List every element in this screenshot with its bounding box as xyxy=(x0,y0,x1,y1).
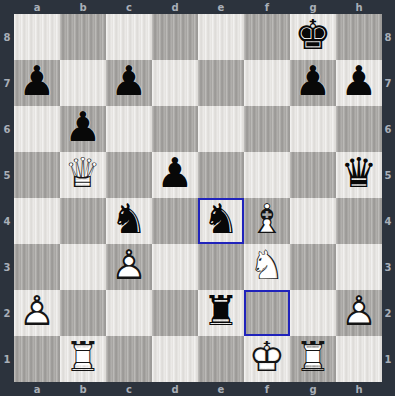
file-label-d: d xyxy=(152,0,198,14)
piece-glyph-outline: ♗ xyxy=(249,199,286,240)
square-b8[interactable] xyxy=(60,14,106,60)
piece-black-pawn-icon[interactable]: ♟ xyxy=(14,60,60,106)
chess-board: ♚♟♟♟♟♟♛♕♟♛♞♞♝♗♟♙♞♘♟♙♜♟♙♜♖♚♔♜♖ xyxy=(14,14,382,382)
rank-label-7: 7 xyxy=(381,60,395,106)
piece-black-pawn-icon[interactable]: ♟ xyxy=(152,152,198,198)
file-label-a: a xyxy=(14,0,60,14)
piece-glyph-fill: ♚ xyxy=(295,15,332,56)
square-d4[interactable] xyxy=(152,198,198,244)
piece-black-knight-icon[interactable]: ♞ xyxy=(106,198,152,244)
square-g4[interactable] xyxy=(290,198,336,244)
file-label-f: f xyxy=(244,382,290,396)
square-c3[interactable]: ♟♙ xyxy=(106,244,152,290)
square-h7[interactable]: ♟ xyxy=(336,60,382,106)
square-b3[interactable] xyxy=(60,244,106,290)
square-e1[interactable] xyxy=(198,336,244,382)
piece-glyph-outline: ♙ xyxy=(111,245,148,286)
square-g3[interactable] xyxy=(290,244,336,290)
square-g5[interactable] xyxy=(290,152,336,198)
square-c4[interactable]: ♞ xyxy=(106,198,152,244)
square-e7[interactable] xyxy=(198,60,244,106)
square-a5[interactable] xyxy=(14,152,60,198)
square-g1[interactable]: ♜♖ xyxy=(290,336,336,382)
square-b1[interactable]: ♜♖ xyxy=(60,336,106,382)
square-d1[interactable] xyxy=(152,336,198,382)
file-label-c: c xyxy=(106,382,152,396)
piece-black-queen-icon[interactable]: ♛ xyxy=(336,152,382,198)
square-d3[interactable] xyxy=(152,244,198,290)
rank-label-5: 5 xyxy=(381,152,395,198)
file-labels-bottom: abcdefgh xyxy=(14,382,382,396)
piece-glyph-outline: ♔ xyxy=(249,337,286,378)
rank-label-3: 3 xyxy=(0,244,14,290)
square-b4[interactable] xyxy=(60,198,106,244)
rank-labels-left: 87654321 xyxy=(0,14,14,382)
rank-label-2: 2 xyxy=(381,290,395,336)
square-f1[interactable]: ♚♔ xyxy=(244,336,290,382)
piece-white-knight-icon[interactable]: ♞♘ xyxy=(244,244,290,290)
square-c5[interactable] xyxy=(106,152,152,198)
rank-label-1: 1 xyxy=(381,336,395,382)
chess-board-frame: abcdefgh abcdefgh 87654321 87654321 ♚♟♟♟… xyxy=(0,0,395,396)
piece-white-king-icon[interactable]: ♚♔ xyxy=(244,336,290,382)
square-d8[interactable] xyxy=(152,14,198,60)
piece-black-pawn-icon[interactable]: ♟ xyxy=(290,60,336,106)
file-label-d: d xyxy=(152,382,198,396)
square-e5[interactable] xyxy=(198,152,244,198)
square-h5[interactable]: ♛ xyxy=(336,152,382,198)
square-h4[interactable] xyxy=(336,198,382,244)
square-a7[interactable]: ♟ xyxy=(14,60,60,106)
rank-label-4: 4 xyxy=(381,198,395,244)
piece-white-rook-icon[interactable]: ♜♖ xyxy=(290,336,336,382)
piece-black-pawn-icon[interactable]: ♟ xyxy=(60,106,106,152)
piece-glyph-fill: ♟ xyxy=(19,61,56,102)
rank-label-2: 2 xyxy=(0,290,14,336)
square-b5[interactable]: ♛♕ xyxy=(60,152,106,198)
piece-white-rook-icon[interactable]: ♜♖ xyxy=(60,336,106,382)
piece-glyph-fill: ♞ xyxy=(111,199,148,240)
square-b7[interactable] xyxy=(60,60,106,106)
rank-label-7: 7 xyxy=(0,60,14,106)
square-d7[interactable] xyxy=(152,60,198,106)
piece-white-pawn-icon[interactable]: ♟♙ xyxy=(106,244,152,290)
square-e2[interactable]: ♜ xyxy=(198,290,244,336)
square-e6[interactable] xyxy=(198,106,244,152)
square-g8[interactable]: ♚ xyxy=(290,14,336,60)
rank-label-8: 8 xyxy=(0,14,14,60)
piece-glyph-fill: ♞ xyxy=(203,199,240,240)
square-d6[interactable] xyxy=(152,106,198,152)
file-label-e: e xyxy=(198,0,244,14)
square-g6[interactable] xyxy=(290,106,336,152)
file-label-a: a xyxy=(14,382,60,396)
piece-glyph-fill: ♛ xyxy=(341,153,378,194)
square-f3[interactable]: ♞♘ xyxy=(244,244,290,290)
piece-black-king-icon[interactable]: ♚ xyxy=(290,14,336,60)
rank-label-6: 6 xyxy=(0,106,14,152)
square-a2[interactable]: ♟♙ xyxy=(14,290,60,336)
file-label-g: g xyxy=(290,382,336,396)
piece-glyph-fill: ♟ xyxy=(341,61,378,102)
rank-label-4: 4 xyxy=(0,198,14,244)
square-f6[interactable] xyxy=(244,106,290,152)
square-a1[interactable] xyxy=(14,336,60,382)
square-c2[interactable] xyxy=(106,290,152,336)
square-a3[interactable] xyxy=(14,244,60,290)
square-h6[interactable] xyxy=(336,106,382,152)
square-c8[interactable] xyxy=(106,14,152,60)
piece-glyph-outline: ♖ xyxy=(65,337,102,378)
rank-label-1: 1 xyxy=(0,336,14,382)
piece-glyph-outline: ♕ xyxy=(65,153,102,194)
square-d2[interactable] xyxy=(152,290,198,336)
piece-glyph-outline: ♖ xyxy=(295,337,332,378)
file-label-e: e xyxy=(198,382,244,396)
rank-label-3: 3 xyxy=(381,244,395,290)
square-a6[interactable] xyxy=(14,106,60,152)
square-f7[interactable] xyxy=(244,60,290,106)
square-f4[interactable]: ♝♗ xyxy=(244,198,290,244)
square-b2[interactable] xyxy=(60,290,106,336)
square-h3[interactable] xyxy=(336,244,382,290)
piece-glyph-fill: ♟ xyxy=(65,107,102,148)
piece-white-pawn-icon[interactable]: ♟♙ xyxy=(336,290,382,336)
file-label-c: c xyxy=(106,0,152,14)
piece-glyph-fill: ♜ xyxy=(203,291,240,332)
square-h1[interactable] xyxy=(336,336,382,382)
piece-glyph-outline: ♙ xyxy=(341,291,378,332)
file-label-f: f xyxy=(244,0,290,14)
rank-label-6: 6 xyxy=(381,106,395,152)
rank-label-8: 8 xyxy=(381,14,395,60)
piece-glyph-fill: ♟ xyxy=(157,153,194,194)
piece-glyph-outline: ♙ xyxy=(19,291,56,332)
piece-white-queen-icon[interactable]: ♛♕ xyxy=(60,152,106,198)
file-label-b: b xyxy=(60,382,106,396)
piece-glyph-outline: ♘ xyxy=(249,245,286,286)
square-f2[interactable] xyxy=(244,290,290,336)
piece-black-knight-icon[interactable]: ♞ xyxy=(198,198,244,244)
square-f5[interactable] xyxy=(244,152,290,198)
square-a4[interactable] xyxy=(14,198,60,244)
square-c6[interactable] xyxy=(106,106,152,152)
square-b6[interactable]: ♟ xyxy=(60,106,106,152)
square-d5[interactable]: ♟ xyxy=(152,152,198,198)
rank-labels-right: 87654321 xyxy=(381,14,395,382)
square-f8[interactable] xyxy=(244,14,290,60)
square-e4[interactable]: ♞ xyxy=(198,198,244,244)
piece-glyph-fill: ♟ xyxy=(295,61,332,102)
piece-white-pawn-icon[interactable]: ♟♙ xyxy=(14,290,60,336)
square-h8[interactable] xyxy=(336,14,382,60)
square-g7[interactable]: ♟ xyxy=(290,60,336,106)
file-label-h: h xyxy=(336,0,382,14)
square-c7[interactable]: ♟ xyxy=(106,60,152,106)
file-label-h: h xyxy=(336,382,382,396)
rank-label-5: 5 xyxy=(0,152,14,198)
square-c1[interactable] xyxy=(106,336,152,382)
square-g2[interactable] xyxy=(290,290,336,336)
file-label-b: b xyxy=(60,0,106,14)
square-e3[interactable] xyxy=(198,244,244,290)
square-e8[interactable] xyxy=(198,14,244,60)
piece-glyph-fill: ♟ xyxy=(111,61,148,102)
piece-black-pawn-icon[interactable]: ♟ xyxy=(336,60,382,106)
square-h2[interactable]: ♟♙ xyxy=(336,290,382,336)
square-a8[interactable] xyxy=(14,14,60,60)
piece-white-bishop-icon[interactable]: ♝♗ xyxy=(244,198,290,244)
piece-black-rook-icon[interactable]: ♜ xyxy=(198,290,244,336)
piece-black-pawn-icon[interactable]: ♟ xyxy=(106,60,152,106)
